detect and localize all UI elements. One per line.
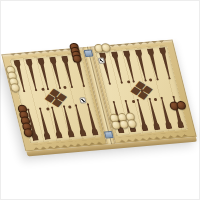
point-triangle[interactable]	[146, 97, 161, 130]
die-left-half	[79, 97, 86, 103]
rosette-corner-dots-icon	[54, 97, 58, 100]
die-right-half	[98, 57, 105, 63]
point-triangle[interactable]	[110, 51, 125, 84]
point-triangle[interactable]	[36, 107, 51, 140]
right-top-points	[96, 47, 176, 87]
backgammon-board: ❖ ❖	[1, 39, 197, 151]
point-triangle[interactable]	[158, 47, 173, 80]
white-die-icon[interactable]	[98, 57, 105, 63]
metal-hinge-top	[84, 49, 94, 57]
point-triangle[interactable]	[72, 104, 87, 137]
point-triangle[interactable]	[36, 58, 51, 91]
brown-checker[interactable]	[23, 128, 34, 138]
white-checker[interactable]	[10, 83, 21, 93]
point-triangle[interactable]	[146, 48, 161, 81]
point-triangle[interactable]	[24, 59, 39, 92]
point-triangle[interactable]	[60, 105, 75, 138]
rosette-corner-dots-icon	[140, 89, 144, 92]
brown-checkers-bottom-right-corner	[169, 101, 187, 111]
white-checker-cluster-near-bar	[109, 112, 136, 128]
metal-hinge-bottom	[104, 131, 114, 139]
white-die-icon[interactable]	[79, 97, 86, 103]
point-triangle[interactable]	[48, 106, 63, 139]
point-triangle[interactable]	[134, 49, 149, 82]
point-triangle[interactable]	[48, 57, 63, 90]
point-triangle[interactable]	[122, 50, 137, 83]
point-triangle[interactable]	[84, 103, 99, 136]
white-checkers-right-top-rail	[93, 43, 111, 53]
